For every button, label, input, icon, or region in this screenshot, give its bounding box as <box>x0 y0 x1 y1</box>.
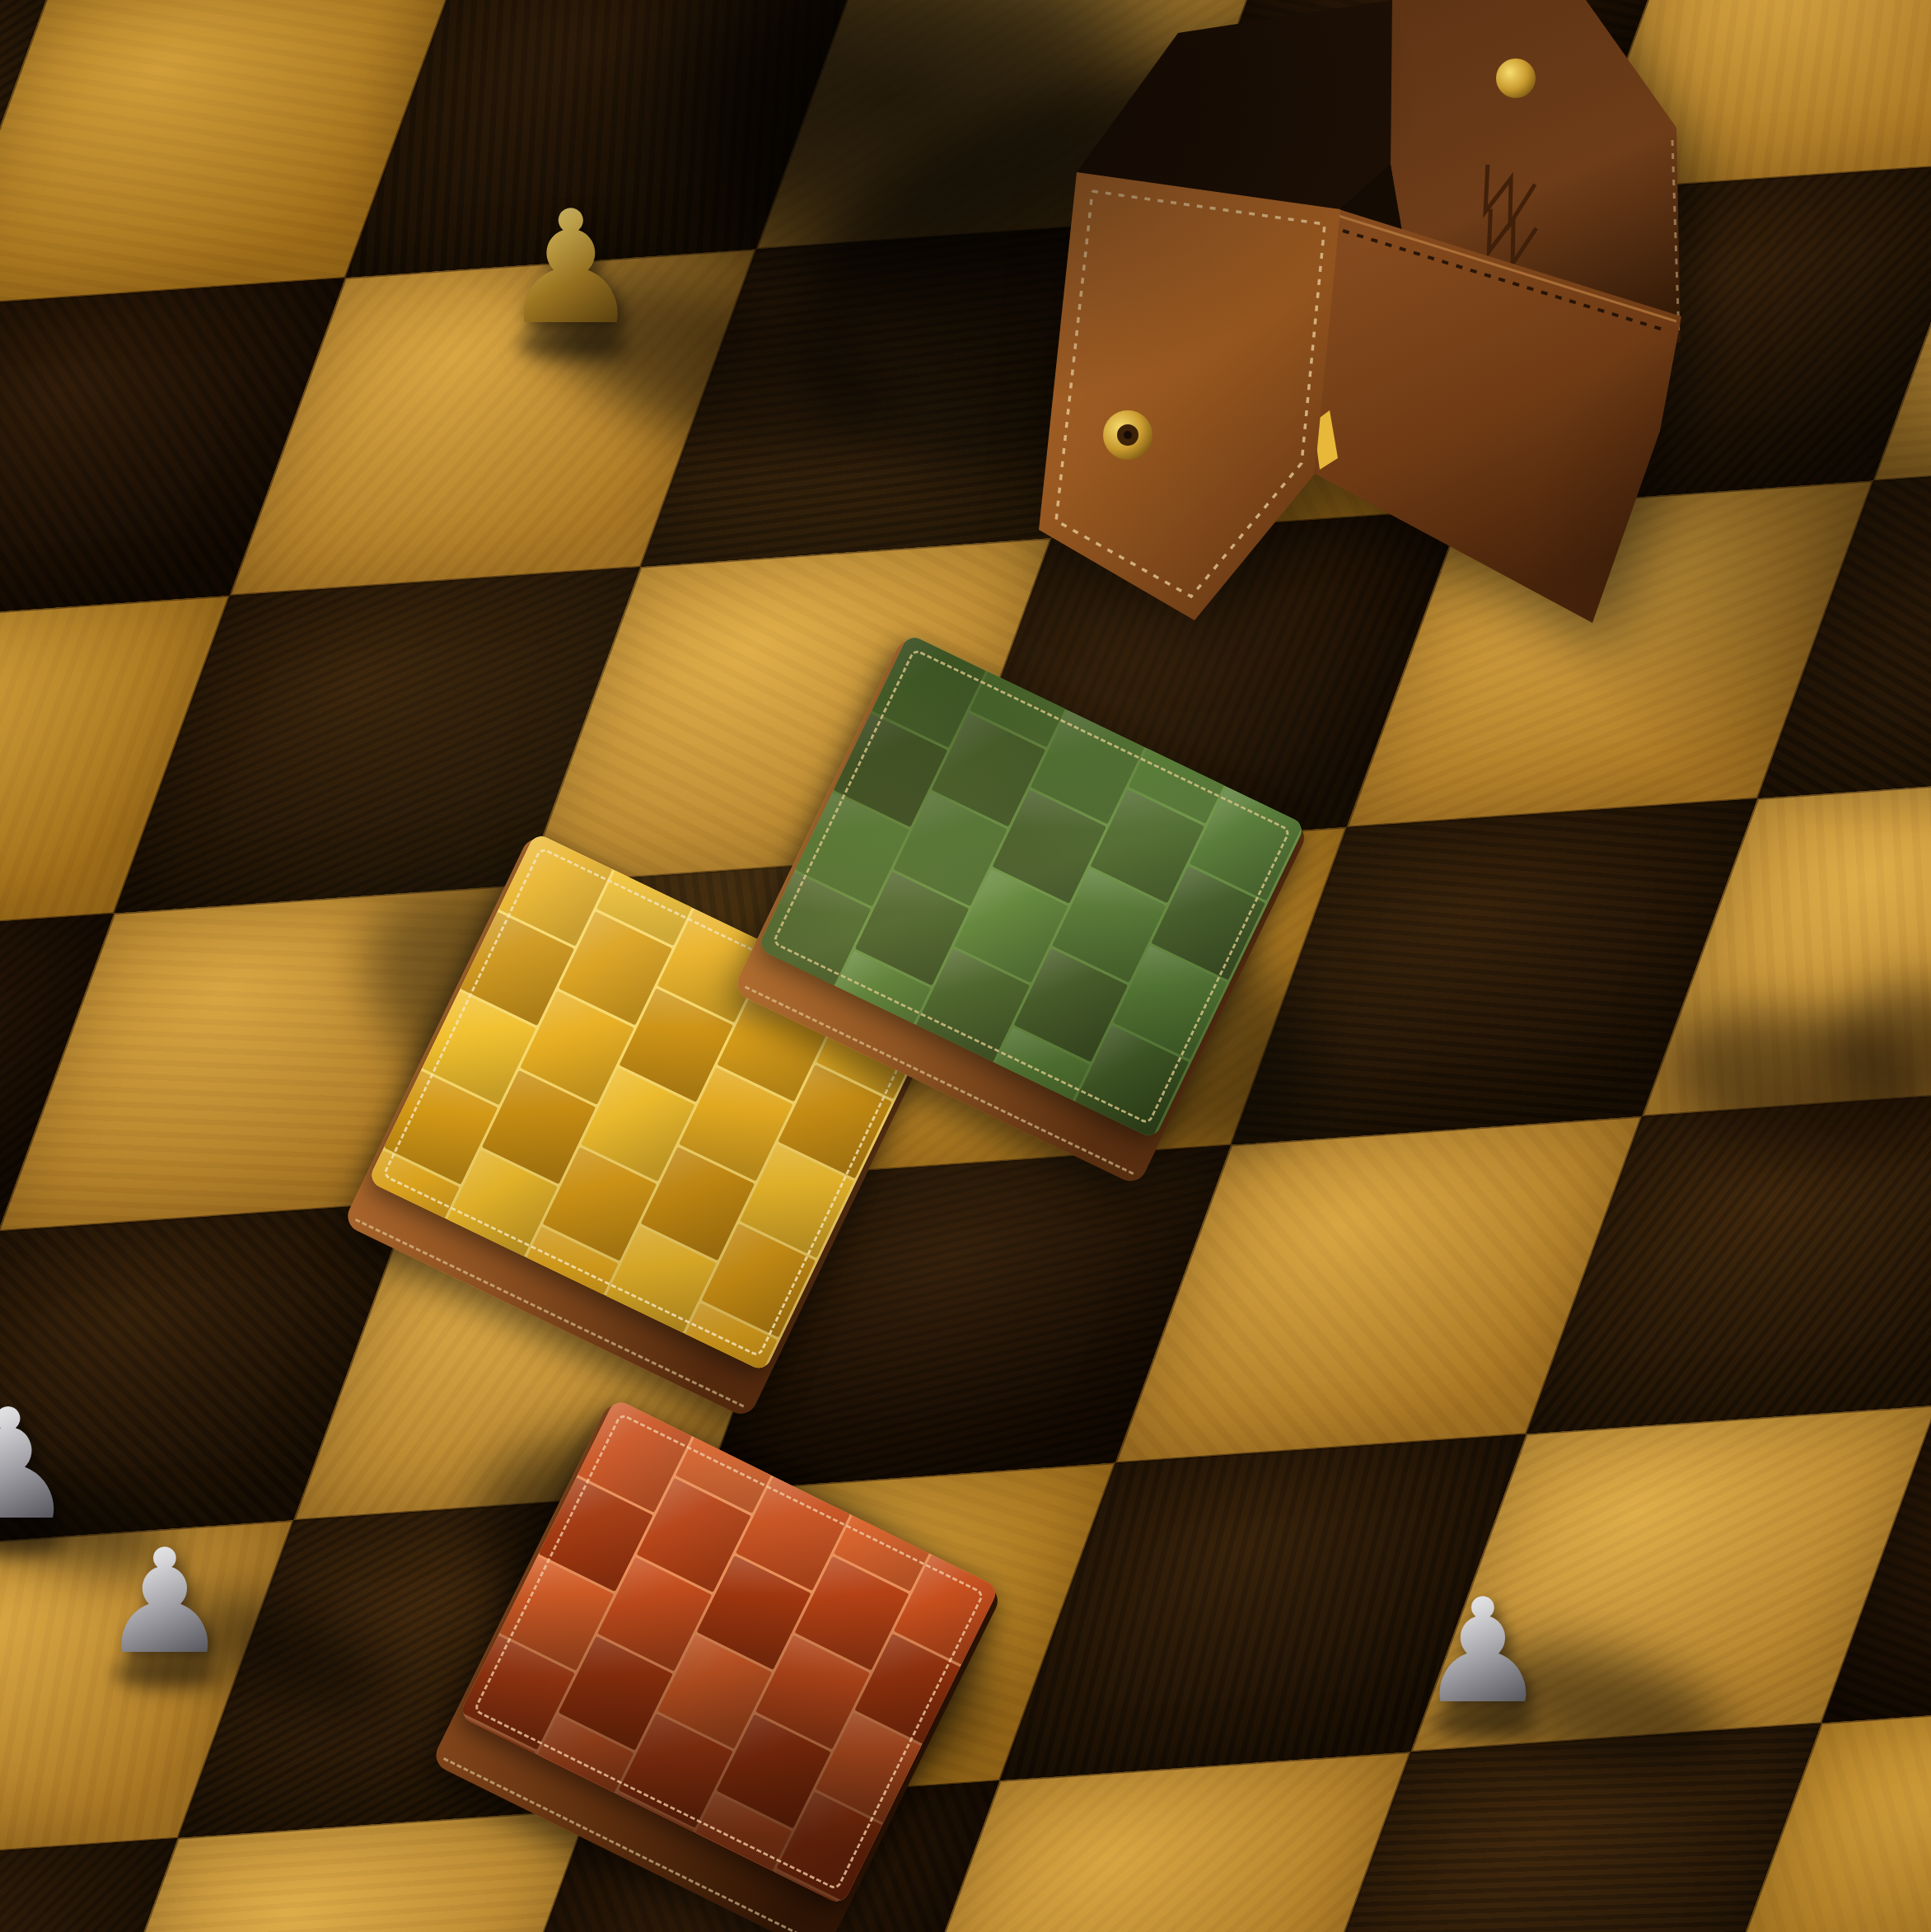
wallet-left-flap <box>1039 172 1340 620</box>
black-pawn-c2: ♟ <box>91 1520 239 1685</box>
pawn-glyph: ♟ <box>1419 1569 1548 1734</box>
pawn-glyph: ♟ <box>101 1520 230 1685</box>
gold-rivet <box>1496 58 1536 98</box>
open-brown-wallet <box>931 0 1714 659</box>
pawn-glyph: ♟ <box>501 181 641 356</box>
wallet-back-shaded <box>1077 0 1392 209</box>
open-wallet-graphic <box>931 0 1714 659</box>
scene: ♟ ♟ ♟ ♟ <box>0 0 1931 1932</box>
pawn-glyph: ♟ <box>0 1378 77 1552</box>
white-pawn-c7: ♟ <box>493 181 649 356</box>
gold-snap-button-hole <box>1124 431 1132 439</box>
black-pawn-g2: ♟ <box>1409 1569 1557 1734</box>
black-pawn-c3: ♟ <box>0 1378 86 1552</box>
